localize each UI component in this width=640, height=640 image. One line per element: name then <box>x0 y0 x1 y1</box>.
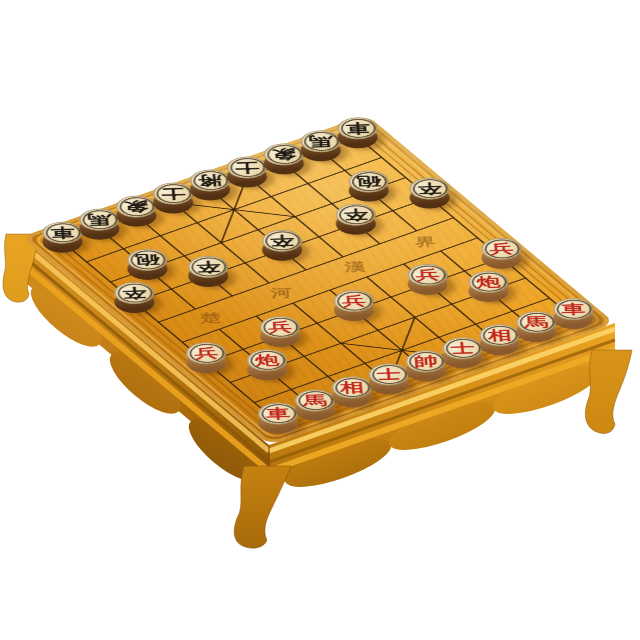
piece-black-cannon[interactable]: 砲 <box>120 254 175 284</box>
piece-character: 士 <box>376 368 401 382</box>
product-photo-scene: 楚河漢界車馬象士將士象馬車砲砲卒卒卒卒卒兵兵兵兵兵炮炮車馬相士帥士相馬車 <box>0 0 640 640</box>
piece-red-soldier[interactable]: 兵 <box>474 243 529 273</box>
piece-character: 車 <box>345 121 370 135</box>
piece-character: 兵 <box>415 268 440 282</box>
piece-character: 兵 <box>489 242 514 256</box>
piece-red-soldier[interactable]: 兵 <box>252 321 307 351</box>
piece-red-soldier[interactable]: 兵 <box>400 269 455 299</box>
piece-character: 馬 <box>302 394 327 408</box>
piece-character: 馬 <box>308 134 333 148</box>
piece-red-cannon[interactable]: 炮 <box>240 354 295 384</box>
piece-character: 將 <box>197 174 222 188</box>
river-engraving: 楚 <box>200 310 222 326</box>
piece-character: 炮 <box>255 353 280 367</box>
piece-black-soldier[interactable]: 卒 <box>254 235 309 265</box>
piece-character: 相 <box>487 328 512 342</box>
piece-black-soldier[interactable]: 卒 <box>402 183 457 213</box>
piece-red-soldier[interactable]: 兵 <box>179 347 234 377</box>
piece-character: 馬 <box>87 213 112 227</box>
piece-character: 兵 <box>194 346 219 360</box>
piece-character: 車 <box>50 226 75 240</box>
piece-character: 卒 <box>196 260 221 274</box>
piece-character: 帥 <box>413 355 438 369</box>
table-leg-front <box>234 466 291 548</box>
piece-character: 兵 <box>267 320 292 334</box>
river-engraving: 河 <box>270 285 292 301</box>
piece-character: 士 <box>234 161 259 175</box>
piece-black-soldier[interactable]: 卒 <box>107 287 162 317</box>
piece-character: 炮 <box>476 275 501 289</box>
table-leg-right <box>585 350 632 434</box>
piece-character: 砲 <box>356 175 381 189</box>
piece-character: 卒 <box>269 234 294 248</box>
piece-character: 卒 <box>122 286 147 300</box>
piece-character: 相 <box>339 381 364 395</box>
piece-black-cannon[interactable]: 砲 <box>341 176 396 206</box>
piece-black-soldier[interactable]: 卒 <box>328 209 383 239</box>
piece-red-cannon[interactable]: 炮 <box>461 276 516 306</box>
piece-character: 馬 <box>524 315 549 329</box>
river-engraving: 界 <box>414 234 436 250</box>
piece-character: 兵 <box>341 294 366 308</box>
piece-character: 士 <box>161 187 186 201</box>
piece-character: 砲 <box>135 253 160 267</box>
piece-black-soldier[interactable]: 卒 <box>181 261 236 291</box>
piece-character: 卒 <box>417 182 442 196</box>
piece-character: 象 <box>271 148 296 162</box>
piece-character: 士 <box>450 341 475 355</box>
river-engraving: 漢 <box>344 259 366 275</box>
piece-character: 車 <box>266 407 291 421</box>
piece-character: 象 <box>124 200 149 214</box>
piece-character: 卒 <box>343 208 368 222</box>
piece-red-soldier[interactable]: 兵 <box>326 295 381 325</box>
piece-character: 車 <box>561 302 586 316</box>
